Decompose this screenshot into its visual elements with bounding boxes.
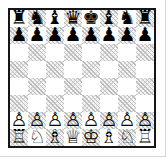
square-d6[interactable] <box>64 44 82 61</box>
square-f1[interactable]: ♗ <box>100 129 118 146</box>
square-d1[interactable]: ♕ <box>64 129 82 146</box>
piece-white-rook[interactable]: ♖ <box>136 128 153 145</box>
square-h6[interactable] <box>136 44 154 61</box>
square-g7[interactable]: ♟ <box>118 27 136 44</box>
square-c1[interactable]: ♗ <box>46 129 64 146</box>
square-e7[interactable]: ♟ <box>82 27 100 44</box>
piece-black-pawn[interactable]: ♟ <box>28 26 45 43</box>
chess-board: ♜♞♝♛♚♝♞♜♟♟♟♟♟♟♟♟♙♙♙♙♙♙♙♙♖♘♗♕♔♗♘♖ <box>10 10 154 146</box>
piece-white-rook[interactable]: ♖ <box>10 128 27 145</box>
piece-black-pawn[interactable]: ♟ <box>64 26 81 43</box>
square-c5[interactable] <box>46 61 64 78</box>
diagram-canvas: ♜♞♝♛♚♝♞♜♟♟♟♟♟♟♟♟♙♙♙♙♙♙♙♙♖♘♗♕♔♗♘♖ <box>0 0 166 157</box>
square-h7[interactable]: ♟ <box>136 27 154 44</box>
square-h4[interactable] <box>136 78 154 95</box>
square-f4[interactable] <box>100 78 118 95</box>
square-g1[interactable]: ♘ <box>118 129 136 146</box>
square-f7[interactable]: ♟ <box>100 27 118 44</box>
square-h1[interactable]: ♖ <box>136 129 154 146</box>
square-c4[interactable] <box>46 78 64 95</box>
piece-black-pawn[interactable]: ♟ <box>100 26 117 43</box>
board-frame: ♜♞♝♛♚♝♞♜♟♟♟♟♟♟♟♟♙♙♙♙♙♙♙♙♖♘♗♕♔♗♘♖ <box>8 8 156 148</box>
square-b4[interactable] <box>28 78 46 95</box>
square-a5[interactable] <box>10 61 28 78</box>
piece-black-pawn[interactable]: ♟ <box>82 26 99 43</box>
square-g5[interactable] <box>118 61 136 78</box>
piece-black-pawn[interactable]: ♟ <box>136 26 153 43</box>
square-c7[interactable]: ♟ <box>46 27 64 44</box>
piece-black-pawn[interactable]: ♟ <box>118 26 135 43</box>
piece-white-bishop[interactable]: ♗ <box>46 128 63 145</box>
piece-black-pawn[interactable]: ♟ <box>46 26 63 43</box>
square-h5[interactable] <box>136 61 154 78</box>
piece-white-bishop[interactable]: ♗ <box>100 128 117 145</box>
square-d4[interactable] <box>64 78 82 95</box>
square-a6[interactable] <box>10 44 28 61</box>
square-f5[interactable] <box>100 61 118 78</box>
square-a4[interactable] <box>10 78 28 95</box>
piece-white-king[interactable]: ♔ <box>82 128 99 145</box>
square-b6[interactable] <box>28 44 46 61</box>
piece-white-queen[interactable]: ♕ <box>64 128 81 145</box>
square-e4[interactable] <box>82 78 100 95</box>
square-e5[interactable] <box>82 61 100 78</box>
square-a1[interactable]: ♖ <box>10 129 28 146</box>
piece-white-knight[interactable]: ♘ <box>28 128 45 145</box>
square-e1[interactable]: ♔ <box>82 129 100 146</box>
square-d5[interactable] <box>64 61 82 78</box>
piece-black-pawn[interactable]: ♟ <box>10 26 27 43</box>
square-d7[interactable]: ♟ <box>64 27 82 44</box>
square-e6[interactable] <box>82 44 100 61</box>
square-g6[interactable] <box>118 44 136 61</box>
square-f6[interactable] <box>100 44 118 61</box>
square-b7[interactable]: ♟ <box>28 27 46 44</box>
piece-white-knight[interactable]: ♘ <box>118 128 135 145</box>
square-c6[interactable] <box>46 44 64 61</box>
square-g4[interactable] <box>118 78 136 95</box>
square-a7[interactable]: ♟ <box>10 27 28 44</box>
square-b1[interactable]: ♘ <box>28 129 46 146</box>
square-b5[interactable] <box>28 61 46 78</box>
